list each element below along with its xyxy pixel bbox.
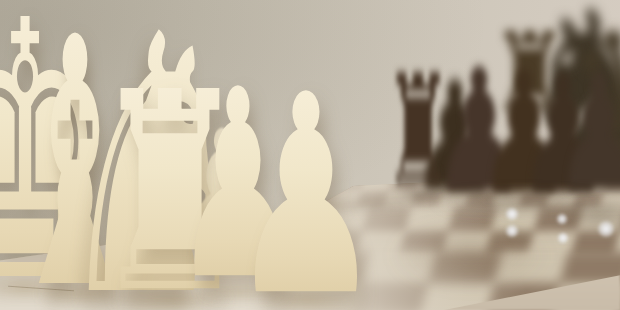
bokeh-highlight-5 (597, 220, 615, 238)
white-pawn-2: ♟ (230, 59, 383, 310)
board-dark-patch (390, 223, 550, 287)
bokeh-highlight-1 (505, 207, 519, 221)
bokeh-highlight-2 (505, 224, 519, 238)
bokeh-highlight-3 (556, 213, 568, 225)
chess-photo-scene: ♚♝♞♟♜♟♟♞♛♜♟♜♟♟♟♟ (0, 0, 620, 310)
bokeh-highlight-4 (557, 232, 569, 244)
black-pawn-5: ♟ (555, 54, 620, 214)
